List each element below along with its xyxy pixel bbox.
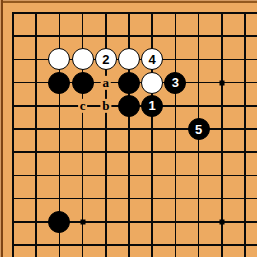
- grid-line-horizontal: [12, 128, 257, 130]
- star-point: [219, 219, 224, 224]
- board-edge-top-border: [0, 0, 257, 3]
- stone-move-number: 1: [149, 99, 156, 112]
- black-stone-1: 1: [141, 95, 163, 117]
- black-stone: [118, 95, 140, 117]
- grid-line-horizontal: [12, 175, 257, 177]
- stone-move-number: 3: [172, 76, 179, 89]
- star-point: [80, 219, 85, 224]
- stone-move-number: 5: [195, 123, 202, 136]
- black-stone: [118, 72, 140, 94]
- white-stone: [141, 72, 163, 94]
- letter-label-a: a: [101, 75, 112, 89]
- grid-line-horizontal: [12, 198, 257, 200]
- black-stone: [72, 72, 94, 94]
- black-stone: [48, 211, 70, 233]
- board-edge-left-border: [0, 0, 3, 257]
- white-stone: [72, 48, 94, 70]
- white-stone: [48, 48, 70, 70]
- grid-line-horizontal: [12, 35, 257, 37]
- letter-label-b: b: [100, 99, 111, 113]
- black-stone: [48, 72, 70, 94]
- white-stone-2: 2: [95, 48, 117, 70]
- stone-move-number: 2: [102, 53, 109, 66]
- white-stone: [118, 48, 140, 70]
- stone-move-number: 4: [149, 53, 156, 66]
- grid-line-horizontal: [12, 244, 257, 246]
- black-stone-5: 5: [188, 118, 210, 140]
- star-point: [219, 80, 224, 85]
- go-board: abc24315: [0, 0, 257, 257]
- white-stone-4: 4: [141, 48, 163, 70]
- letter-label-c: c: [78, 99, 88, 113]
- black-stone-3: 3: [164, 72, 186, 94]
- grid-line-horizontal: [12, 151, 257, 153]
- grid-line-horizontal: [12, 12, 257, 14]
